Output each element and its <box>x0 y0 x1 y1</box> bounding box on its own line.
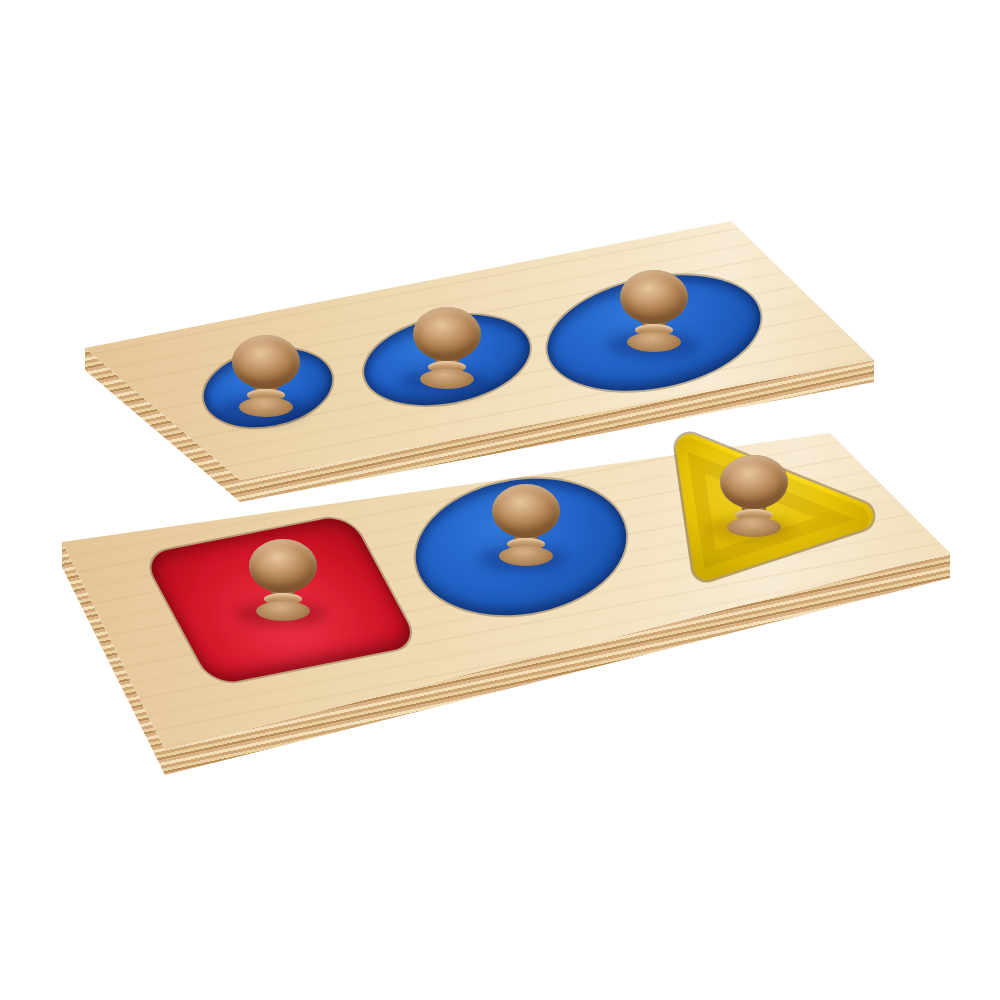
knob-cap <box>232 335 300 389</box>
knob-base <box>420 369 474 389</box>
yellow-triangle-knob[interactable] <box>718 453 790 539</box>
medium-circle-knob[interactable] <box>411 305 483 391</box>
knob-base <box>256 601 310 621</box>
knob-cap <box>720 455 788 509</box>
knob-cap <box>492 484 560 538</box>
product-photo <box>0 0 1000 1000</box>
knob-base <box>239 397 293 417</box>
knob-base <box>627 332 681 352</box>
red-square-knob[interactable] <box>247 537 319 623</box>
small-circle-knob[interactable] <box>230 333 302 419</box>
large-circle-knob[interactable] <box>618 268 690 354</box>
knob-cap <box>620 270 688 324</box>
blue-circle-knob[interactable] <box>490 482 562 568</box>
knob-cap <box>413 307 481 361</box>
knob-base <box>499 546 553 566</box>
knob-base <box>727 517 781 537</box>
knob-cap <box>249 539 317 593</box>
